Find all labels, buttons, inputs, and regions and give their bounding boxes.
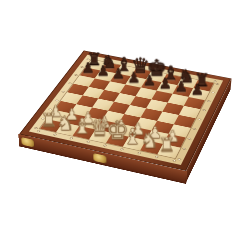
brass-hinge-icon: [21, 137, 34, 147]
square-g3: [152, 121, 174, 134]
square-g6: [168, 94, 189, 106]
square-g5: [162, 103, 183, 115]
piece-black-pawn: ♟: [141, 74, 158, 89]
photo-scene: ♜♞♝♛♚♝♞♜♟♟♟♟♟♟♟♟♟♟♟♟♟♟♟♟♜♞♝♛♚♝♞♜: [0, 0, 238, 238]
chess-box: ♜♞♝♛♚♝♞♜♟♟♟♟♟♟♟♟♟♟♟♟♟♟♟♟♜♞♝♛♚♝♞♜: [19, 51, 231, 171]
square-f1: ♝: [123, 137, 146, 151]
brass-clasp-icon: [93, 153, 106, 164]
